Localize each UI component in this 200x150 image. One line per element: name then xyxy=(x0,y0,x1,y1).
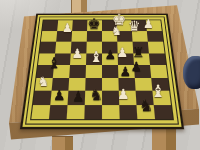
square-e1[interactable] xyxy=(102,105,120,120)
square-c1[interactable] xyxy=(67,105,85,120)
square-e4[interactable] xyxy=(102,65,118,78)
piece-black-knight-margin[interactable]: ♞ xyxy=(139,98,153,114)
person-foot xyxy=(183,56,200,89)
piece-white-bishop-d4[interactable]: ♝ xyxy=(90,50,103,65)
piece-white-knight-a3[interactable]: ♞ xyxy=(38,75,50,88)
piece-black-pawn-c1[interactable]: ♟ xyxy=(72,89,85,103)
piece-white-pawn-f5[interactable]: ♟ xyxy=(117,46,129,59)
square-a6[interactable] xyxy=(39,42,56,53)
square-a8[interactable] xyxy=(42,20,58,30)
piece-white-pawn-f1[interactable]: ♟ xyxy=(117,87,130,101)
piece-black-pawn-g4[interactable]: ♟ xyxy=(131,60,143,73)
square-c4[interactable] xyxy=(69,65,86,78)
square-h6[interactable] xyxy=(148,42,165,53)
square-b6[interactable] xyxy=(55,42,71,53)
piece-white-knight-f7[interactable]: ♞ xyxy=(111,25,122,37)
square-h1[interactable] xyxy=(154,105,173,120)
chessboard[interactable] xyxy=(20,14,184,130)
square-h5[interactable] xyxy=(149,53,166,65)
piece-black-pawn-b1[interactable]: ♟ xyxy=(53,88,66,102)
table-leg-left xyxy=(52,136,73,150)
square-a1[interactable] xyxy=(31,105,50,120)
chair-leg xyxy=(71,0,87,14)
piece-black-pawn-e5[interactable]: ♟ xyxy=(105,48,117,61)
piece-black-king-d7[interactable]: ♚ xyxy=(88,17,101,32)
piece-white-pawn-h7[interactable]: ♟ xyxy=(143,18,154,30)
piece-black-pawn-f3[interactable]: ♟ xyxy=(120,65,132,78)
square-d4[interactable] xyxy=(86,65,102,78)
board-margin xyxy=(22,15,181,127)
square-f1[interactable] xyxy=(119,105,137,120)
photo-scene: ♚♟♚♞♛♟♟♟♟♜♝♝♟♞♟♟♟♞♟♝♞ xyxy=(0,0,200,150)
square-c7[interactable] xyxy=(71,31,87,42)
piece-white-queen-g7[interactable]: ♛ xyxy=(128,19,141,33)
square-h4[interactable] xyxy=(150,65,168,78)
square-a7[interactable] xyxy=(41,31,57,42)
piece-black-bishop-a4[interactable]: ♝ xyxy=(48,56,61,71)
square-h7[interactable] xyxy=(147,31,163,42)
piece-black-knight-d1[interactable]: ♞ xyxy=(90,88,103,103)
square-c8[interactable] xyxy=(72,20,87,30)
piece-black-rook-g5[interactable]: ♜ xyxy=(132,45,145,59)
piece-white-pawn-b7[interactable]: ♟ xyxy=(62,22,73,34)
piece-white-pawn-c5[interactable]: ♟ xyxy=(72,47,84,60)
square-b1[interactable] xyxy=(49,105,68,120)
square-d1[interactable] xyxy=(84,105,102,120)
square-a2[interactable] xyxy=(33,91,52,105)
